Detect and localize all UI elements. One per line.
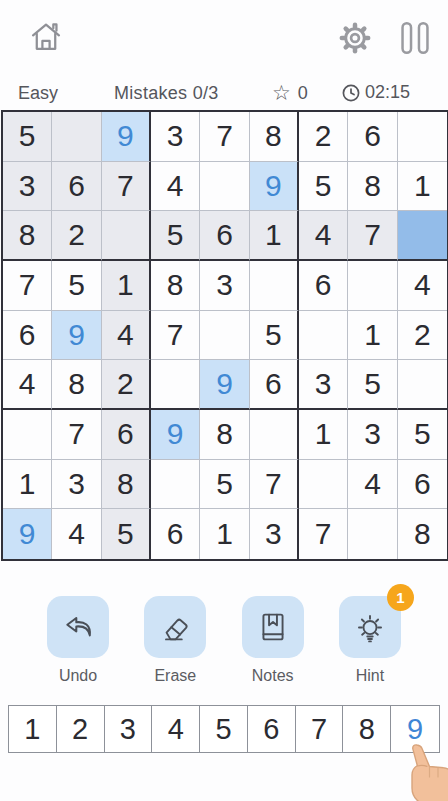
sudoku-cell-r8c7[interactable] <box>299 460 348 510</box>
sudoku-cell-r7c9[interactable]: 5 <box>398 410 447 460</box>
mistakes-label: Mistakes 0/3 <box>114 83 219 104</box>
sudoku-cell-r1c9[interactable] <box>398 112 447 162</box>
sudoku-cell-r4c4[interactable]: 8 <box>151 261 200 311</box>
notes-button[interactable] <box>242 596 304 658</box>
sudoku-cell-r7c5[interactable]: 8 <box>200 410 249 460</box>
sudoku-cell-r3c4[interactable]: 5 <box>151 211 200 261</box>
sudoku-cell-r6c9[interactable] <box>398 360 447 410</box>
sudoku-app: Easy Mistakes 0/3 ☆ 0 02:15 593782636749… <box>0 0 448 801</box>
numpad-key-4[interactable]: 4 <box>152 706 200 752</box>
sudoku-cell-r4c1[interactable]: 7 <box>3 261 52 311</box>
sudoku-cell-r3c6[interactable]: 1 <box>250 211 299 261</box>
sudoku-cell-r5c1[interactable]: 6 <box>3 311 52 361</box>
numpad-key-6[interactable]: 6 <box>248 706 296 752</box>
sudoku-cell-r2c3[interactable]: 7 <box>102 162 151 212</box>
erase-tool: Erase <box>127 596 223 685</box>
sudoku-cell-r2c6[interactable]: 9 <box>250 162 299 212</box>
sudoku-cell-r5c4[interactable]: 7 <box>151 311 200 361</box>
erase-button[interactable] <box>144 596 206 658</box>
sudoku-cell-r3c5[interactable]: 6 <box>200 211 249 261</box>
top-bar <box>0 0 448 70</box>
sudoku-cell-r1c2[interactable] <box>52 112 101 162</box>
hint-tool: 1 Hint <box>322 596 418 685</box>
sudoku-cell-r5c7[interactable] <box>299 311 348 361</box>
notes-tool: Notes <box>225 596 321 685</box>
sudoku-cell-r2c4[interactable]: 4 <box>151 162 200 212</box>
numpad-key-2[interactable]: 2 <box>57 706 105 752</box>
sudoku-cell-r2c5[interactable] <box>200 162 249 212</box>
sudoku-cell-r8c1[interactable]: 1 <box>3 460 52 510</box>
sudoku-cell-r8c5[interactable]: 5 <box>200 460 249 510</box>
sudoku-cell-r9c6[interactable]: 3 <box>250 509 299 559</box>
numpad-key-7[interactable]: 7 <box>296 706 344 752</box>
sudoku-cell-r6c4[interactable] <box>151 360 200 410</box>
score-group: ☆ 0 <box>272 82 308 104</box>
sudoku-cell-r6c7[interactable]: 3 <box>299 360 348 410</box>
sudoku-cell-r6c3[interactable]: 2 <box>102 360 151 410</box>
pause-icon[interactable] <box>397 21 433 55</box>
sudoku-cell-r9c5[interactable]: 1 <box>200 509 249 559</box>
numpad-key-8[interactable]: 8 <box>343 706 391 752</box>
sudoku-cell-r9c1[interactable]: 9 <box>3 509 52 559</box>
numpad-key-1[interactable]: 1 <box>9 706 57 752</box>
number-pad: 123456789 <box>8 705 440 753</box>
gear-icon[interactable] <box>336 20 374 56</box>
hint-label: Hint <box>356 667 384 685</box>
sudoku-cell-r6c5[interactable]: 9 <box>200 360 249 410</box>
sudoku-cell-r6c1[interactable]: 4 <box>3 360 52 410</box>
sudoku-cell-r4c9[interactable]: 4 <box>398 261 447 311</box>
sudoku-cell-r9c9[interactable]: 8 <box>398 509 447 559</box>
sudoku-cell-r4c8[interactable] <box>348 261 397 311</box>
sudoku-cell-r7c1[interactable] <box>3 410 52 460</box>
sudoku-cell-r3c2[interactable]: 2 <box>52 211 101 261</box>
sudoku-cell-r4c6[interactable] <box>250 261 299 311</box>
sudoku-cell-r7c6[interactable] <box>250 410 299 460</box>
sudoku-cell-r1c3[interactable]: 9 <box>102 112 151 162</box>
numpad-key-3[interactable]: 3 <box>105 706 153 752</box>
sudoku-cell-r4c2[interactable]: 5 <box>52 261 101 311</box>
sudoku-cell-r7c8[interactable]: 3 <box>348 410 397 460</box>
sudoku-cell-r1c7[interactable]: 2 <box>299 112 348 162</box>
sudoku-board: 5937826367495818256147751836469475124829… <box>1 110 448 561</box>
sudoku-cell-r3c9[interactable] <box>398 211 447 261</box>
sudoku-cell-r2c1[interactable]: 3 <box>3 162 52 212</box>
sudoku-cell-r5c5[interactable] <box>200 311 249 361</box>
sudoku-cell-r1c5[interactable]: 7 <box>200 112 249 162</box>
sudoku-cell-r5c6[interactable]: 5 <box>250 311 299 361</box>
eraser-icon <box>157 609 193 645</box>
notes-label: Notes <box>252 667 294 685</box>
undo-tool: Undo <box>30 596 126 685</box>
timer-group: 02:15 <box>341 82 410 103</box>
sudoku-cell-r6c8[interactable]: 5 <box>348 360 397 410</box>
sudoku-cell-r9c4[interactable]: 6 <box>151 509 200 559</box>
sudoku-cell-r1c4[interactable]: 3 <box>151 112 200 162</box>
sudoku-cell-r8c2[interactable]: 3 <box>52 460 101 510</box>
clock-icon <box>341 83 361 103</box>
sudoku-cell-r2c8[interactable]: 8 <box>348 162 397 212</box>
sudoku-cell-r7c7[interactable]: 1 <box>299 410 348 460</box>
sudoku-cell-r8c8[interactable]: 4 <box>348 460 397 510</box>
status-row: Easy Mistakes 0/3 ☆ 0 02:15 <box>0 82 448 108</box>
hint-badge: 1 <box>387 584 414 611</box>
sudoku-cell-r5c3[interactable]: 4 <box>102 311 151 361</box>
sudoku-cell-r4c5[interactable]: 3 <box>200 261 249 311</box>
timer-value: 02:15 <box>365 82 410 103</box>
sudoku-cell-r2c7[interactable]: 5 <box>299 162 348 212</box>
sudoku-cell-r4c7[interactable]: 6 <box>299 261 348 311</box>
sudoku-cell-r7c2[interactable]: 7 <box>52 410 101 460</box>
hint-bulb-icon <box>352 609 388 645</box>
numpad-key-9[interactable]: 9 <box>391 706 439 752</box>
sudoku-cell-r9c2[interactable]: 4 <box>52 509 101 559</box>
sudoku-cell-r5c2[interactable]: 9 <box>52 311 101 361</box>
numpad-key-5[interactable]: 5 <box>200 706 248 752</box>
sudoku-cell-r4c3[interactable]: 1 <box>102 261 151 311</box>
undo-label: Undo <box>59 667 97 685</box>
score-value: 0 <box>298 83 308 104</box>
difficulty-label: Easy <box>18 83 58 104</box>
notes-book-icon <box>255 609 291 645</box>
sudoku-cell-r5c8[interactable]: 1 <box>348 311 397 361</box>
erase-label: Erase <box>154 667 196 685</box>
sudoku-cell-r8c9[interactable]: 6 <box>398 460 447 510</box>
sudoku-cell-r3c8[interactable]: 7 <box>348 211 397 261</box>
sudoku-cell-r9c3[interactable]: 5 <box>102 509 151 559</box>
sudoku-cell-r7c4[interactable]: 9 <box>151 410 200 460</box>
sudoku-cell-r9c7[interactable]: 7 <box>299 509 348 559</box>
sudoku-cell-r6c6[interactable]: 6 <box>250 360 299 410</box>
hint-button[interactable]: 1 <box>339 596 401 658</box>
sudoku-cell-r2c9[interactable]: 1 <box>398 162 447 212</box>
sudoku-cell-r9c8[interactable] <box>348 509 397 559</box>
sudoku-cell-r2c2[interactable]: 6 <box>52 162 101 212</box>
undo-arrow-icon <box>60 609 96 645</box>
sudoku-cell-r8c6[interactable]: 7 <box>250 460 299 510</box>
sudoku-cell-r3c7[interactable]: 4 <box>299 211 348 261</box>
sudoku-cell-r1c6[interactable]: 8 <box>250 112 299 162</box>
sudoku-cell-r1c8[interactable]: 6 <box>348 112 397 162</box>
star-icon: ☆ <box>272 82 291 104</box>
sudoku-cell-r5c9[interactable]: 2 <box>398 311 447 361</box>
sudoku-cell-r8c3[interactable]: 8 <box>102 460 151 510</box>
home-icon[interactable] <box>28 19 64 55</box>
undo-button[interactable] <box>47 596 109 658</box>
sudoku-cell-r3c3[interactable] <box>102 211 151 261</box>
sudoku-cell-r1c1[interactable]: 5 <box>3 112 52 162</box>
sudoku-cell-r6c2[interactable]: 8 <box>52 360 101 410</box>
sudoku-cell-r7c3[interactable]: 6 <box>102 410 151 460</box>
sudoku-cell-r3c1[interactable]: 8 <box>3 211 52 261</box>
toolbar: Undo Erase <box>0 596 448 685</box>
sudoku-cell-r8c4[interactable] <box>151 460 200 510</box>
